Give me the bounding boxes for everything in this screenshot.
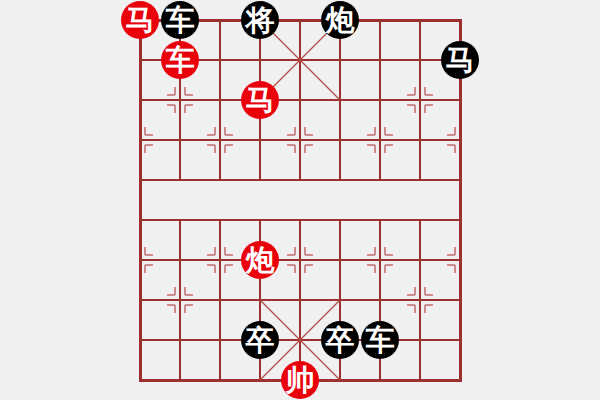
piece-label: 帅 [286, 361, 315, 399]
piece-label: 将 [246, 1, 275, 39]
piece-black-soldier-1[interactable]: 卒 [241, 321, 279, 359]
piece-black-chariot-1[interactable]: 车 [161, 1, 199, 39]
piece-label: 炮 [246, 241, 275, 279]
piece-label: 马 [446, 41, 475, 79]
piece-black-chariot-2[interactable]: 车 [361, 321, 399, 359]
piece-label: 卒 [326, 321, 355, 359]
piece-label: 车 [366, 321, 395, 359]
piece-label: 车 [166, 41, 195, 79]
piece-label: 卒 [246, 321, 275, 359]
piece-red-chariot[interactable]: 车 [161, 41, 199, 79]
piece-red-general[interactable]: 帅 [281, 361, 319, 399]
piece-label: 车 [166, 1, 195, 39]
piece-label: 马 [126, 1, 155, 39]
piece-label: 炮 [326, 1, 355, 39]
piece-red-horse-1[interactable]: 马 [121, 1, 159, 39]
board-grid: 马车将炮车马马炮卒卒车帅 [120, 0, 480, 400]
piece-red-cannon[interactable]: 炮 [241, 241, 279, 279]
piece-red-horse-2[interactable]: 马 [241, 81, 279, 119]
xiangqi-board: 马车将炮车马马炮卒卒车帅 [0, 0, 600, 400]
piece-label: 马 [246, 81, 275, 119]
piece-black-soldier-2[interactable]: 卒 [321, 321, 359, 359]
piece-black-general[interactable]: 将 [241, 1, 279, 39]
piece-black-cannon[interactable]: 炮 [321, 1, 359, 39]
piece-black-horse[interactable]: 马 [441, 41, 479, 79]
